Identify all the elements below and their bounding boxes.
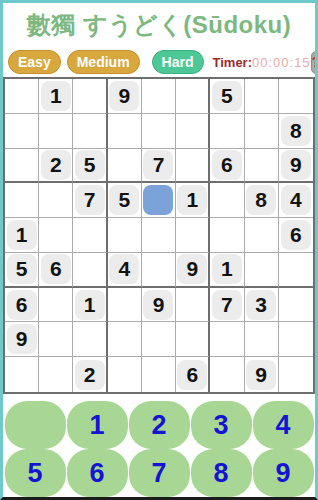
grid-cell-r6c7[interactable]: 1	[210, 253, 244, 288]
given-number: 6	[177, 360, 207, 390]
timer-label: Timer:	[213, 55, 253, 70]
numpad-4-button[interactable]: 4	[253, 401, 314, 449]
grid-cell-r5c8[interactable]	[245, 218, 279, 253]
grid-cell-r6c6[interactable]: 9	[176, 253, 210, 288]
app-window: 數獨 すうどく(Sūdoku) Easy Medium Hard Timer: …	[0, 0, 318, 500]
grid-cell-r1c2[interactable]: 1	[39, 79, 73, 114]
grid-cell-r2c9[interactable]: 8	[279, 114, 313, 149]
grid-cell-r9c1[interactable]	[5, 357, 39, 392]
numpad: 123456789	[3, 401, 315, 497]
grid-cell-r5c1[interactable]: 1	[5, 218, 39, 253]
numpad-2-button[interactable]: 2	[129, 401, 190, 449]
grid-cell-r6c5[interactable]	[142, 253, 176, 288]
grid-cell-r7c6[interactable]	[176, 288, 210, 323]
grid-cell-r9c8[interactable]: 9	[245, 357, 279, 392]
grid-cell-r3c4[interactable]	[108, 149, 142, 184]
grid-cell-r3c3[interactable]: 5	[73, 149, 107, 184]
given-number: 7	[143, 150, 173, 180]
given-number: 8	[246, 185, 276, 215]
title-bar: 數獨 すうどく(Sūdoku)	[3, 3, 315, 47]
given-number: 2	[41, 150, 71, 180]
given-number: 6	[212, 150, 242, 180]
numpad-5-button[interactable]: 5	[5, 449, 66, 497]
grid-cell-r3c8[interactable]	[245, 149, 279, 184]
easy-button[interactable]: Easy	[8, 50, 61, 74]
grid-cell-r4c6[interactable]: 1	[176, 183, 210, 218]
grid-cell-r2c3[interactable]	[73, 114, 107, 149]
given-number: 6	[281, 220, 311, 250]
grid-cell-r8c5[interactable]	[142, 322, 176, 357]
grid-cell-r5c6[interactable]	[176, 218, 210, 253]
sudoku-grid: 195825769751841656491619739269	[3, 77, 315, 394]
given-number: 8	[281, 116, 311, 146]
given-number: 6	[41, 254, 71, 284]
grid-cell-r3c1[interactable]	[5, 149, 39, 184]
grid-cell-r7c1[interactable]: 6	[5, 288, 39, 323]
grid-cell-r8c1[interactable]: 9	[5, 322, 39, 357]
numpad-6-button[interactable]: 6	[67, 449, 128, 497]
selected-cell-highlight	[143, 185, 173, 215]
grid-cell-r1c3[interactable]	[73, 79, 107, 114]
grid-cell-r1c6[interactable]	[176, 79, 210, 114]
grid-cell-r8c8[interactable]	[245, 322, 279, 357]
given-number: 5	[7, 254, 37, 284]
given-number: 3	[246, 290, 276, 320]
grid-cell-r1c9[interactable]	[279, 79, 313, 114]
grid-cell-r4c4[interactable]: 5	[108, 183, 142, 218]
hard-button[interactable]: Hard	[152, 50, 204, 74]
given-number: 4	[109, 254, 139, 284]
grid-cell-r7c8[interactable]: 3	[245, 288, 279, 323]
grid-cell-r5c7[interactable]	[210, 218, 244, 253]
given-number: 1	[212, 254, 242, 284]
grid-cell-r1c1[interactable]	[5, 79, 39, 114]
grid-cell-r6c3[interactable]	[73, 253, 107, 288]
grid-cell-r9c9[interactable]	[279, 357, 313, 392]
grid-cell-r9c2[interactable]	[39, 357, 73, 392]
given-number: 9	[246, 360, 276, 390]
grid-cell-r4c7[interactable]	[210, 183, 244, 218]
grid-cell-r2c7[interactable]	[210, 114, 244, 149]
grid-cell-r4c9[interactable]: 4	[279, 183, 313, 218]
grid-cell-r8c4[interactable]	[108, 322, 142, 357]
grid-cell-r9c5[interactable]	[142, 357, 176, 392]
given-number: 2	[75, 360, 105, 390]
timer-value: 00:00:15	[252, 55, 311, 70]
given-number: 6	[7, 290, 37, 320]
grid-cell-r7c4[interactable]	[108, 288, 142, 323]
grid-cell-r2c5[interactable]	[142, 114, 176, 149]
numpad-9-button[interactable]: 9	[253, 449, 314, 497]
grid-cell-r7c7[interactable]: 7	[210, 288, 244, 323]
grid-cell-r3c9[interactable]: 9	[279, 149, 313, 184]
given-number: 1	[177, 185, 207, 215]
grid-cell-r2c2[interactable]	[39, 114, 73, 149]
page-title: 數獨 すうどく(Sūdoku)	[27, 9, 291, 41]
given-number: 5	[109, 185, 139, 215]
grid-cell-r4c8[interactable]: 8	[245, 183, 279, 218]
given-number: 5	[212, 81, 242, 111]
given-number: 7	[212, 290, 242, 320]
grid-cell-r7c9[interactable]	[279, 288, 313, 323]
grid-cell-r8c2[interactable]	[39, 322, 73, 357]
grid-cell-r2c6[interactable]	[176, 114, 210, 149]
grid-cell-r7c5[interactable]: 9	[142, 288, 176, 323]
grid-cell-r9c7[interactable]	[210, 357, 244, 392]
grid-cell-r9c6[interactable]: 6	[176, 357, 210, 392]
grid-cell-r6c2[interactable]: 6	[39, 253, 73, 288]
grid-cell-r8c7[interactable]	[210, 322, 244, 357]
given-number: 1	[41, 81, 71, 111]
grid-cell-r3c2[interactable]: 2	[39, 149, 73, 184]
grid-cell-r6c4[interactable]: 4	[108, 253, 142, 288]
grid-cell-r3c6[interactable]	[176, 149, 210, 184]
given-number: 4	[281, 185, 311, 215]
numpad-3-button[interactable]: 3	[191, 401, 252, 449]
grid-cell-r6c1[interactable]: 5	[5, 253, 39, 288]
grid-cell-r4c2[interactable]	[39, 183, 73, 218]
given-number: 9	[143, 290, 173, 320]
grid-cell-r1c8[interactable]	[245, 79, 279, 114]
grid-cell-r6c8[interactable]	[245, 253, 279, 288]
help-button[interactable]: ?	[311, 51, 318, 74]
given-number: 1	[75, 290, 105, 320]
given-number: 1	[7, 220, 37, 250]
given-number: 9	[7, 324, 37, 354]
grid-cell-r1c7[interactable]: 5	[210, 79, 244, 114]
grid-cell-r5c5[interactable]	[142, 218, 176, 253]
given-number: 7	[75, 185, 105, 215]
medium-button[interactable]: Medium	[67, 50, 140, 74]
grid-cell-r5c4[interactable]	[108, 218, 142, 253]
grid-cell-r5c9[interactable]: 6	[279, 218, 313, 253]
given-number: 9	[177, 254, 207, 284]
grid-cell-r8c3[interactable]	[73, 322, 107, 357]
numpad-8-button[interactable]: 8	[191, 449, 252, 497]
numpad-erase-button[interactable]	[5, 401, 66, 449]
grid-cell-r7c3[interactable]: 1	[73, 288, 107, 323]
grid-cell-r6c9[interactable]	[279, 253, 313, 288]
grid-cell-r9c4[interactable]	[108, 357, 142, 392]
grid-cell-r1c4[interactable]: 9	[108, 79, 142, 114]
given-number: 5	[75, 150, 105, 180]
numpad-7-button[interactable]: 7	[129, 449, 190, 497]
numpad-1-button[interactable]: 1	[67, 401, 128, 449]
grid-cell-r4c5[interactable]	[142, 183, 176, 218]
grid-cell-r2c4[interactable]	[108, 114, 142, 149]
grid-cell-r8c6[interactable]	[176, 322, 210, 357]
controls-bar: Easy Medium Hard Timer: 00:00:15 ?	[3, 47, 315, 77]
grid-cell-r4c1[interactable]	[5, 183, 39, 218]
grid-cell-r1c5[interactable]	[142, 79, 176, 114]
grid-cell-r5c3[interactable]	[73, 218, 107, 253]
grid-cell-r3c7[interactable]: 6	[210, 149, 244, 184]
grid-cell-r2c8[interactable]	[245, 114, 279, 149]
grid-cell-r2c1[interactable]	[5, 114, 39, 149]
grid-cell-r5c2[interactable]	[39, 218, 73, 253]
grid-cell-r9c3[interactable]: 2	[73, 357, 107, 392]
given-number: 9	[281, 150, 311, 180]
given-number: 9	[109, 81, 139, 111]
grid-cell-r4c3[interactable]: 7	[73, 183, 107, 218]
grid-cell-r8c9[interactable]	[279, 322, 313, 357]
grid-cell-r7c2[interactable]	[39, 288, 73, 323]
grid-cell-r3c5[interactable]: 7	[142, 149, 176, 184]
